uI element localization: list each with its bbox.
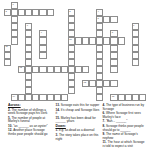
grid-gap <box>103 94 110 101</box>
grid-cell[interactable] <box>68 73 75 80</box>
grid-gap <box>32 23 39 30</box>
clue-column-2: 13. Scrooge eats this for supper14. It's… <box>56 104 100 149</box>
grid-cell[interactable] <box>82 37 89 44</box>
grid-gap <box>125 73 132 80</box>
grid-cell[interactable] <box>32 9 39 16</box>
grid-cell[interactable]: 8 <box>110 30 117 37</box>
grid-gap <box>32 2 39 9</box>
grid-gap <box>61 59 68 66</box>
grid-cell[interactable] <box>110 66 117 73</box>
grid-gap <box>82 52 89 59</box>
grid-gap <box>118 80 125 87</box>
grid-cell[interactable] <box>96 59 103 66</box>
grid-cell[interactable] <box>11 30 18 37</box>
grid-gap <box>89 73 96 80</box>
grid-gap <box>61 80 68 87</box>
grid-cell[interactable] <box>96 45 103 52</box>
grid-cell[interactable] <box>75 66 82 73</box>
grid-gap <box>4 37 11 44</box>
grid-gap <box>61 45 68 52</box>
grid-cell[interactable]: 9 <box>39 30 46 37</box>
grid-cell[interactable] <box>4 52 11 59</box>
grid-gap <box>82 16 89 23</box>
grid-cell[interactable] <box>54 94 61 101</box>
grid-gap <box>89 59 96 66</box>
grid-gap <box>118 45 125 52</box>
grid-gap <box>25 2 32 9</box>
grid-cell[interactable] <box>25 87 32 94</box>
grid-cell[interactable] <box>96 87 103 94</box>
grid-cell[interactable] <box>32 66 39 73</box>
grid-gap <box>125 16 132 23</box>
grid-gap <box>89 9 96 16</box>
grid-gap <box>18 37 25 44</box>
grid-gap <box>39 80 46 87</box>
grid-gap <box>47 37 54 44</box>
grid-gap <box>47 73 54 80</box>
grid-gap <box>96 2 103 9</box>
grid-cell[interactable] <box>47 9 54 16</box>
grid-gap <box>82 23 89 30</box>
grid-gap <box>125 52 132 59</box>
grid-gap <box>110 23 117 30</box>
grid-cell[interactable] <box>118 94 125 101</box>
grid-gap <box>54 30 61 37</box>
grid-gap <box>47 30 54 37</box>
grid-gap <box>118 16 125 23</box>
grid-gap <box>82 94 89 101</box>
grid-gap <box>103 73 110 80</box>
grid-cell[interactable] <box>96 94 103 101</box>
grid-gap <box>139 80 146 87</box>
grid-cell[interactable] <box>18 9 25 16</box>
grid-gap <box>32 52 39 59</box>
clue-column-3: 4. The type of business run by Scrooge6.… <box>103 104 148 149</box>
grid-cell[interactable] <box>132 30 139 37</box>
grid-cell[interactable] <box>96 73 103 80</box>
grid-gap <box>139 73 146 80</box>
clue-item: 12. Another place Scrooge thinks poor pe… <box>8 129 53 136</box>
grid-cell[interactable] <box>25 59 32 66</box>
grid-gap <box>47 45 54 52</box>
grid-cell[interactable] <box>39 9 46 16</box>
grid-gap <box>103 30 110 37</box>
clue-number-label: 3 <box>69 10 70 13</box>
grid-gap <box>103 52 110 59</box>
grid-cell[interactable] <box>68 30 75 37</box>
grid-gap <box>75 16 82 23</box>
grid-gap <box>118 30 125 37</box>
grid-gap <box>103 59 110 66</box>
grid-cell[interactable] <box>139 94 146 101</box>
grid-gap <box>125 66 132 73</box>
grid-gap <box>61 16 68 23</box>
grid-gap <box>75 30 82 37</box>
grid-cell[interactable] <box>103 80 110 87</box>
grid-gap <box>54 9 61 16</box>
grid-gap <box>125 59 132 66</box>
grid-cell[interactable] <box>96 23 103 30</box>
clue-number-label: 8 <box>112 31 113 34</box>
grid-cell[interactable] <box>96 66 103 73</box>
grid-cell[interactable] <box>68 23 75 30</box>
grid-gap <box>118 73 125 80</box>
clue-number-label: 12 <box>20 66 23 69</box>
grid-cell[interactable] <box>103 16 110 23</box>
grid-cell[interactable] <box>96 30 103 37</box>
grid-gap <box>11 80 18 87</box>
crossword-worksheet: 123456798101112131415 Across:2. The numb… <box>0 0 150 150</box>
grid-cell[interactable] <box>47 94 54 101</box>
grid-gap <box>125 30 132 37</box>
grid-cell[interactable] <box>61 94 68 101</box>
grid-gap <box>139 37 146 44</box>
grid-gap <box>11 66 18 73</box>
grid-cell[interactable]: 11 <box>4 45 11 52</box>
grid-cell[interactable] <box>96 37 103 44</box>
grid-gap <box>39 2 46 9</box>
grid-gap <box>75 94 82 101</box>
grid-gap <box>118 66 125 73</box>
clue-item: 5. The number of people at Marley's fune… <box>8 117 53 124</box>
grid-gap <box>139 87 146 94</box>
grid-cell[interactable] <box>54 66 61 73</box>
grid-gap <box>139 2 146 9</box>
grid-gap <box>39 59 46 66</box>
grid-gap <box>132 16 139 23</box>
grid-cell[interactable] <box>39 66 46 73</box>
clues-section: Across:2. The number of shillings a week… <box>8 104 147 149</box>
grid-gap <box>18 73 25 80</box>
grid-cell[interactable] <box>68 52 75 59</box>
grid-cell[interactable]: 10 <box>68 37 75 44</box>
grid-cell[interactable] <box>68 80 75 87</box>
grid-gap <box>125 2 132 9</box>
grid-cell[interactable] <box>11 16 18 23</box>
grid-gap <box>118 23 125 30</box>
grid-gap <box>89 66 96 73</box>
grid-gap <box>47 52 54 59</box>
grid-gap <box>118 59 125 66</box>
grid-gap <box>54 73 61 80</box>
grid-gap <box>75 59 82 66</box>
grid-cell[interactable] <box>125 94 132 101</box>
grid-cell[interactable] <box>132 59 139 66</box>
clue-item: 3. The story takes place on this night <box>56 134 100 141</box>
grid-cell[interactable] <box>25 66 32 73</box>
grid-gap <box>11 45 18 52</box>
grid-gap <box>61 23 68 30</box>
grid-gap <box>139 45 146 52</box>
grid-gap <box>125 9 132 16</box>
grid-cell[interactable] <box>25 52 32 59</box>
grid-gap <box>47 59 54 66</box>
grid-gap <box>82 2 89 9</box>
grid-gap <box>125 45 132 52</box>
grid-gap <box>47 2 54 9</box>
grid-cell[interactable] <box>39 94 46 101</box>
grid-gap <box>54 59 61 66</box>
grid-gap <box>32 87 39 94</box>
grid-cell[interactable] <box>25 45 32 52</box>
grid-cell[interactable] <box>110 16 117 23</box>
clue-item: 2. The number of shillings a week Scroog… <box>8 109 53 116</box>
grid-gap <box>32 30 39 37</box>
grid-gap <box>4 30 11 37</box>
grid-cell[interactable]: 12 <box>18 66 25 73</box>
grid-cell[interactable] <box>132 37 139 44</box>
grid-gap <box>4 80 11 87</box>
grid-gap <box>118 2 125 9</box>
grid-gap <box>54 2 61 9</box>
grid-cell[interactable] <box>132 94 139 101</box>
clue-number-label: 14 <box>12 95 15 98</box>
clue-number-label: 11 <box>5 45 7 48</box>
grid-cell[interactable] <box>11 23 18 30</box>
grid-gap <box>39 87 46 94</box>
grid-cell[interactable] <box>18 94 25 101</box>
grid-gap <box>139 52 146 59</box>
grid-gap <box>82 30 89 37</box>
grid-gap <box>110 2 117 9</box>
grid-gap <box>132 80 139 87</box>
grid-gap <box>110 87 117 94</box>
grid-cell[interactable] <box>89 80 96 87</box>
grid-gap <box>110 73 117 80</box>
grid-gap <box>132 66 139 73</box>
grid-gap <box>39 73 46 80</box>
grid-gap <box>103 9 110 16</box>
grid-cell[interactable]: 3 <box>68 9 75 16</box>
grid-cell[interactable] <box>39 45 46 52</box>
clue-number-label: 9 <box>41 31 42 34</box>
grid-gap <box>132 9 139 16</box>
grid-gap <box>118 9 125 16</box>
grid-cell[interactable]: 15 <box>110 94 117 101</box>
grid-gap <box>89 2 96 9</box>
grid-cell[interactable] <box>25 73 32 80</box>
grid-cell[interactable] <box>89 37 96 44</box>
clue-column-1: Across:2. The number of shillings a week… <box>8 104 53 149</box>
grid-cell[interactable] <box>11 9 18 16</box>
grid-gap <box>125 37 132 44</box>
grid-gap <box>89 23 96 30</box>
grid-gap <box>4 16 11 23</box>
grid-gap <box>125 23 132 30</box>
clue-number-label: 2 <box>5 10 6 13</box>
clue-number-label: 4 <box>98 10 99 13</box>
grid-cell[interactable] <box>110 37 117 44</box>
grid-gap <box>32 45 39 52</box>
grid-gap <box>82 59 89 66</box>
grid-gap <box>32 37 39 44</box>
grid-gap <box>82 9 89 16</box>
grid-gap <box>82 45 89 52</box>
grid-gap <box>89 94 96 101</box>
grid-gap <box>4 66 11 73</box>
grid-gap <box>75 45 82 52</box>
grid-gap <box>47 23 54 30</box>
grid-gap <box>32 16 39 23</box>
grid-cell[interactable] <box>68 87 75 94</box>
grid-gap <box>82 73 89 80</box>
grid-gap <box>89 16 96 23</box>
grid-gap <box>18 59 25 66</box>
grid-cell[interactable] <box>110 45 117 52</box>
grid-gap <box>103 87 110 94</box>
grid-gap <box>39 23 46 30</box>
grid-gap <box>61 52 68 59</box>
grid-cell[interactable] <box>39 52 46 59</box>
grid-gap <box>11 73 18 80</box>
grid-cell[interactable]: 13 <box>82 80 89 87</box>
grid-cell[interactable] <box>75 37 82 44</box>
grid-cell[interactable] <box>68 16 75 23</box>
grid-cell[interactable] <box>25 9 32 16</box>
grid-gap <box>139 23 146 30</box>
grid-gap <box>18 52 25 59</box>
grid-gap <box>54 87 61 94</box>
grid-gap <box>18 30 25 37</box>
clue-number-label: 13 <box>83 81 86 84</box>
grid-cell[interactable]: 14 <box>11 94 18 101</box>
grid-gap <box>68 2 75 9</box>
grid-gap <box>54 80 61 87</box>
clue-item: 14. It's cheap and Scrooge likes it <box>56 109 100 116</box>
crossword-grid[interactable]: 123456798101112131415 <box>4 2 146 101</box>
grid-gap <box>11 59 18 66</box>
grid-gap <box>4 94 11 101</box>
grid-gap <box>89 30 96 37</box>
grid-gap <box>18 16 25 23</box>
grid-gap <box>18 2 25 9</box>
grid-gap <box>18 23 25 30</box>
grid-gap <box>89 45 96 52</box>
grid-gap <box>61 2 68 9</box>
grid-gap <box>32 80 39 87</box>
grid-gap <box>139 30 146 37</box>
grid-cell[interactable] <box>82 66 89 73</box>
grid-cell[interactable]: 7 <box>132 23 139 30</box>
grid-cell[interactable] <box>25 37 32 44</box>
grid-gap <box>132 2 139 9</box>
clue-number-label: 7 <box>133 24 134 27</box>
grid-cell[interactable] <box>68 66 75 73</box>
grid-gap <box>103 66 110 73</box>
grid-cell[interactable] <box>68 59 75 66</box>
grid-gap <box>110 9 117 16</box>
grid-cell[interactable] <box>96 80 103 87</box>
grid-gap <box>75 80 82 87</box>
grid-cell[interactable] <box>39 37 46 44</box>
grid-gap <box>4 87 11 94</box>
grid-cell[interactable] <box>110 80 117 87</box>
grid-gap <box>61 37 68 44</box>
grid-gap <box>61 87 68 94</box>
grid-gap <box>118 52 125 59</box>
grid-cell[interactable] <box>132 45 139 52</box>
grid-gap <box>54 23 61 30</box>
grid-gap <box>75 52 82 59</box>
clue-number-label: 1 <box>12 3 13 6</box>
grid-gap <box>54 16 61 23</box>
clue-item: 11. The hour at which Scrooge is told to… <box>103 141 148 148</box>
grid-gap <box>61 30 68 37</box>
grid-cell[interactable] <box>32 94 39 101</box>
clue-item: 15. Marley has been dead for ______ year… <box>56 117 100 124</box>
grid-gap <box>75 87 82 94</box>
grid-cell[interactable]: 1 <box>11 2 18 9</box>
grid-gap <box>18 45 25 52</box>
grid-gap <box>132 87 139 94</box>
grid-gap <box>125 80 132 87</box>
grid-gap <box>11 52 18 59</box>
grid-cell[interactable] <box>47 66 54 73</box>
grid-gap <box>54 52 61 59</box>
grid-cell[interactable] <box>25 30 32 37</box>
grid-cell[interactable]: 5 <box>96 16 103 23</box>
grid-gap <box>61 9 68 16</box>
grid-gap <box>68 94 75 101</box>
grid-gap <box>75 2 82 9</box>
grid-gap <box>75 9 82 16</box>
grid-gap <box>25 16 32 23</box>
grid-gap <box>61 73 68 80</box>
grid-cell[interactable]: 6 <box>25 23 32 30</box>
grid-gap <box>125 87 132 94</box>
clue-number-label: 5 <box>98 17 99 20</box>
grid-cell[interactable] <box>110 59 117 66</box>
grid-gap <box>103 2 110 9</box>
grid-cell[interactable] <box>68 45 75 52</box>
grid-gap <box>139 59 146 66</box>
grid-cell[interactable] <box>11 37 18 44</box>
grid-cell[interactable] <box>4 59 11 66</box>
grid-gap <box>103 45 110 52</box>
grid-gap <box>11 87 18 94</box>
grid-cell[interactable] <box>132 52 139 59</box>
grid-cell[interactable] <box>25 80 32 87</box>
grid-gap <box>118 87 125 94</box>
grid-cell[interactable] <box>96 52 103 59</box>
grid-gap <box>32 59 39 66</box>
grid-cell[interactable] <box>103 37 110 44</box>
grid-cell[interactable]: 4 <box>96 9 103 16</box>
grid-gap <box>103 23 110 30</box>
grid-cell[interactable] <box>25 94 32 101</box>
clue-number-label: 10 <box>69 38 72 41</box>
grid-gap <box>82 87 89 94</box>
grid-gap <box>75 23 82 30</box>
grid-gap <box>75 73 82 80</box>
grid-gap <box>39 16 46 23</box>
grid-gap <box>32 73 39 80</box>
grid-gap <box>18 87 25 94</box>
grid-gap <box>139 66 146 73</box>
clue-number-label: 15 <box>112 95 115 98</box>
grid-cell[interactable] <box>61 66 68 73</box>
grid-cell[interactable] <box>118 37 125 44</box>
grid-gap <box>132 73 139 80</box>
grid-gap <box>54 37 61 44</box>
grid-gap <box>89 52 96 59</box>
grid-gap <box>47 87 54 94</box>
grid-cell[interactable] <box>110 52 117 59</box>
grid-gap <box>4 23 11 30</box>
grid-gap <box>4 2 11 9</box>
grid-cell[interactable]: 2 <box>4 9 11 16</box>
grid-gap <box>4 73 11 80</box>
